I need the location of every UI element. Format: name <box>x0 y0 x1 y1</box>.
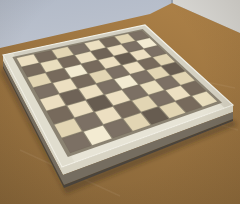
photo-scene <box>0 0 240 204</box>
chess-board <box>0 0 240 204</box>
